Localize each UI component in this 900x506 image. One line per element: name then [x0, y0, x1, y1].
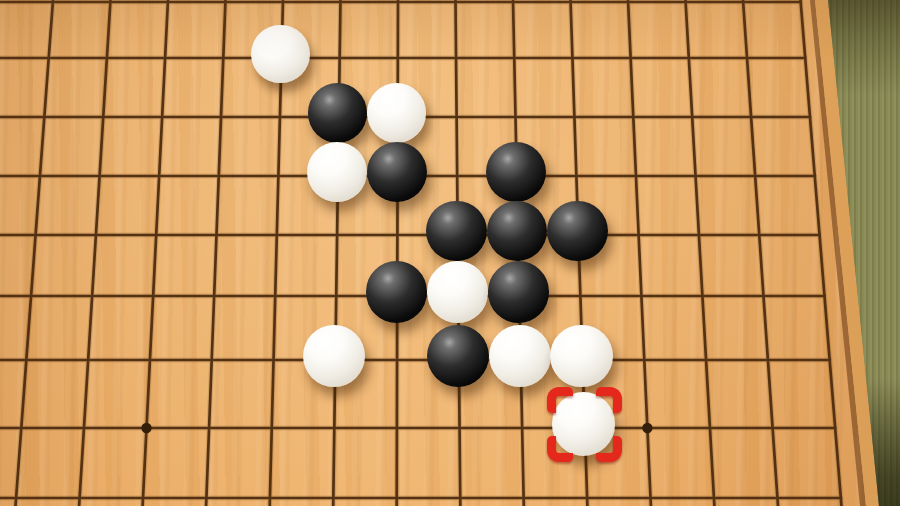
stone-black-10-10 — [488, 261, 550, 323]
cursor-corner-top-right-icon — [596, 387, 622, 413]
stone-white-10-11 — [489, 325, 551, 387]
cursor-corner-bottom-left-icon — [547, 436, 573, 462]
stone-black-10-8 — [486, 142, 546, 202]
stone-black-8-10 — [366, 261, 428, 323]
stone-black-10-9 — [487, 201, 548, 262]
stone-black-8-8 — [367, 142, 427, 202]
stone-black-9-11 — [427, 325, 489, 387]
cursor-corner-bottom-right-icon — [596, 436, 622, 462]
stone-black-9-9 — [426, 201, 487, 262]
stone-white-7-11 — [303, 325, 365, 387]
stone-white-8-7 — [367, 83, 426, 142]
stone-black-7-7 — [308, 83, 367, 142]
stone-white-7-8 — [307, 142, 367, 202]
cursor-corner-top-left-icon — [547, 387, 573, 413]
stone-white-11-11 — [550, 325, 612, 387]
selection-cursor — [547, 387, 622, 462]
stone-white-9-10 — [427, 261, 489, 323]
stones-layer — [0, 0, 900, 506]
stone-black-11-9 — [547, 201, 608, 262]
gomoku-board-screenshot — [0, 0, 900, 506]
stone-white-6-6 — [251, 25, 310, 84]
